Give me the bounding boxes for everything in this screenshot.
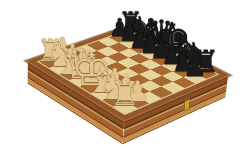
board-scene: [50, 0, 206, 146]
chess-set-photo: [50, 0, 206, 146]
brass-clasp-icon: [184, 98, 191, 111]
chess-box: [25, 24, 231, 122]
